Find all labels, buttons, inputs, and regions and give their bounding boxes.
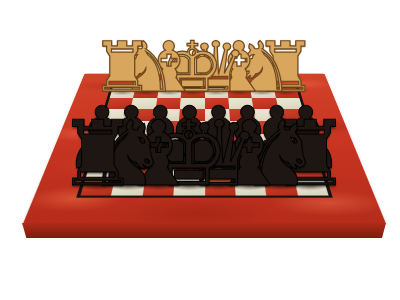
square-a6 [286, 147, 318, 162]
square-h8 [80, 178, 115, 195]
chess-board [22, 73, 386, 224]
square-b8 [263, 178, 297, 195]
square-e3 [179, 108, 204, 120]
square-e8 [173, 178, 204, 195]
square-a8 [293, 178, 328, 195]
square-a4 [280, 120, 309, 133]
square-c6 [231, 147, 261, 162]
board-front-edge [22, 223, 386, 238]
square-h4 [99, 120, 128, 133]
square-g8 [111, 178, 145, 195]
square-h3 [102, 108, 130, 120]
square-b2 [251, 97, 277, 108]
square-c7 [233, 162, 264, 178]
square-g6 [118, 147, 149, 162]
square-f6 [147, 147, 177, 162]
square-a1 [273, 87, 299, 97]
square-g4 [125, 120, 153, 133]
square-c5 [230, 133, 258, 147]
square-f4 [151, 120, 178, 133]
square-a3 [278, 108, 306, 120]
square-f3 [153, 108, 179, 120]
square-f5 [149, 133, 177, 147]
square-d1 [204, 87, 228, 97]
square-d2 [204, 97, 229, 108]
square-d7 [204, 162, 234, 178]
square-d6 [204, 147, 233, 162]
chess-set-photo: ♜♞♝♛♚♝♞♜♟♟♟♟♟♟♟♟♜♞♝♛♚♝♞♜ [0, 0, 400, 300]
square-h7 [85, 162, 118, 178]
square-b3 [253, 108, 280, 120]
square-b7 [261, 162, 293, 178]
square-g1 [133, 87, 158, 97]
square-c4 [229, 120, 256, 133]
square-h1 [109, 87, 135, 97]
square-h6 [90, 147, 122, 162]
square-h2 [106, 97, 133, 108]
board-playing-area [76, 86, 333, 197]
square-d3 [204, 108, 229, 120]
square-e4 [178, 120, 204, 133]
square-b5 [257, 133, 286, 147]
square-f8 [142, 178, 174, 195]
square-b1 [250, 87, 275, 97]
square-b6 [259, 147, 290, 162]
square-c8 [234, 178, 266, 195]
square-f1 [157, 87, 181, 97]
square-g5 [122, 133, 151, 147]
square-a2 [275, 97, 302, 108]
square-g3 [128, 108, 155, 120]
square-a7 [290, 162, 323, 178]
square-e1 [180, 87, 204, 97]
square-c1 [227, 87, 251, 97]
square-d4 [204, 120, 230, 133]
square-e6 [175, 147, 204, 162]
square-c2 [228, 97, 253, 108]
square-e2 [179, 97, 204, 108]
square-d8 [204, 178, 235, 195]
square-f2 [155, 97, 180, 108]
square-g7 [115, 162, 147, 178]
square-e7 [174, 162, 204, 178]
square-a5 [283, 133, 313, 147]
square-e5 [177, 133, 204, 147]
square-g2 [130, 97, 156, 108]
square-b4 [255, 120, 283, 133]
square-h5 [94, 133, 124, 147]
square-d5 [204, 133, 231, 147]
square-f7 [145, 162, 176, 178]
square-c3 [229, 108, 255, 120]
